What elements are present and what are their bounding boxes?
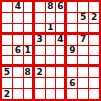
cell-r6c1-empty[interactable] — [2, 56, 12, 66]
cell-r7c5-empty[interactable] — [46, 67, 56, 77]
cell-r9c3-empty[interactable] — [24, 89, 34, 99]
cell-r6c3-empty[interactable] — [24, 56, 34, 66]
cell-r7c9-empty[interactable] — [89, 67, 99, 77]
cell-r7c7-empty[interactable] — [67, 67, 77, 77]
cell-r2c8-given: 5 — [78, 13, 88, 23]
cell-r7c1-given: 5 — [2, 67, 12, 77]
cell-r1c9-empty[interactable] — [89, 2, 99, 12]
cell-r6c9-empty[interactable] — [89, 56, 99, 66]
cell-r3c5-given: 1 — [46, 24, 56, 34]
cell-r4c9-empty[interactable] — [89, 35, 99, 45]
cell-r8c7-given: 6 — [67, 78, 77, 88]
cell-r3c6-empty[interactable] — [56, 24, 66, 34]
cell-r5c4-empty[interactable] — [35, 46, 45, 56]
cell-r8c3-empty[interactable] — [24, 78, 34, 88]
cell-r7c8-empty[interactable] — [78, 67, 88, 77]
cell-r4c3-empty[interactable] — [24, 35, 34, 45]
cell-r3c1-empty[interactable] — [2, 24, 12, 34]
cell-r4c4-given: 3 — [35, 35, 45, 45]
cell-r3c2-empty[interactable] — [13, 24, 23, 34]
cell-r5c1-empty[interactable] — [2, 46, 12, 56]
cell-r4c7-empty[interactable] — [67, 35, 77, 45]
cell-r2c7-empty[interactable] — [67, 13, 77, 23]
cell-r5c5-empty[interactable] — [46, 46, 56, 56]
cell-r2c9-given: 2 — [89, 13, 99, 23]
cell-r6c4-empty[interactable] — [35, 56, 45, 66]
cell-r2c2-empty[interactable] — [13, 13, 23, 23]
cell-r6c8-empty[interactable] — [78, 56, 88, 66]
cell-r1c8-empty[interactable] — [78, 2, 88, 12]
cell-r5c2-given: 6 — [13, 46, 23, 56]
cell-r2c1-empty[interactable] — [2, 13, 12, 23]
cell-r4c1-empty[interactable] — [2, 35, 12, 45]
cell-r4c8-given: 7 — [78, 35, 88, 45]
cell-r3c3-empty[interactable] — [24, 24, 34, 34]
cell-r2c3-empty[interactable] — [24, 13, 34, 23]
cell-r8c5-empty[interactable] — [46, 78, 56, 88]
cell-r8c1-empty[interactable] — [2, 78, 12, 88]
cell-r8c2-empty[interactable] — [13, 78, 23, 88]
cell-r7c3-given: 8 — [24, 67, 34, 77]
cell-r7c4-given: 2 — [35, 67, 45, 77]
cell-r6c2-empty[interactable] — [13, 56, 23, 66]
cell-r3c7-empty[interactable] — [67, 24, 77, 34]
cell-r3c4-empty[interactable] — [35, 24, 45, 34]
cell-r9c7-empty[interactable] — [67, 89, 77, 99]
cell-r4c5-empty[interactable] — [46, 35, 56, 45]
cell-r5c9-empty[interactable] — [89, 46, 99, 56]
cell-r9c8-empty[interactable] — [78, 89, 88, 99]
cell-r2c4-empty[interactable] — [35, 13, 45, 23]
cell-r5c7-given: 9 — [67, 46, 77, 56]
cell-r8c8-empty[interactable] — [78, 78, 88, 88]
cell-r9c1-given: 2 — [2, 89, 12, 99]
cell-r8c9-empty[interactable] — [89, 78, 99, 88]
cell-r5c8-empty[interactable] — [78, 46, 88, 56]
cell-r2c6-empty[interactable] — [56, 13, 66, 23]
cell-r6c7-empty[interactable] — [67, 56, 77, 66]
cell-r9c5-empty[interactable] — [46, 89, 56, 99]
cell-r8c6-empty[interactable] — [56, 78, 66, 88]
cell-r6c6-empty[interactable] — [56, 56, 66, 66]
cell-r1c4-empty[interactable] — [35, 2, 45, 12]
cell-r1c3-empty[interactable] — [24, 2, 34, 12]
cell-r1c1-empty[interactable] — [2, 2, 12, 12]
cell-r5c6-empty[interactable] — [56, 46, 66, 56]
cell-r8c4-empty[interactable] — [35, 78, 45, 88]
cell-r1c6-given: 6 — [56, 2, 66, 12]
cell-r7c2-empty[interactable] — [13, 67, 23, 77]
cell-r4c2-empty[interactable] — [13, 35, 23, 45]
cell-r6c5-empty[interactable] — [46, 56, 56, 66]
cell-r1c2-given: 4 — [13, 2, 23, 12]
sudoku-board: 48652134761958262 — [0, 0, 101, 101]
cell-r2c5-empty[interactable] — [46, 13, 56, 23]
cell-r5c3-given: 1 — [24, 46, 34, 56]
cell-r1c5-given: 8 — [46, 2, 56, 12]
cell-r9c4-empty[interactable] — [35, 89, 45, 99]
cell-r3c9-empty[interactable] — [89, 24, 99, 34]
cell-r7c6-empty[interactable] — [56, 67, 66, 77]
cell-r4c6-given: 4 — [56, 35, 66, 45]
cell-r3c8-empty[interactable] — [78, 24, 88, 34]
cell-r9c9-empty[interactable] — [89, 89, 99, 99]
cell-r9c2-empty[interactable] — [13, 89, 23, 99]
cell-r1c7-empty[interactable] — [67, 2, 77, 12]
cell-r9c6-empty[interactable] — [56, 89, 66, 99]
